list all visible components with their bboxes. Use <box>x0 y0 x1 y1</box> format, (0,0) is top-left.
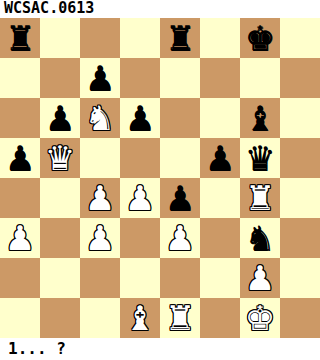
square-g8[interactable]: ♚ <box>240 18 280 58</box>
white-rook-icon: ♜ <box>245 178 275 218</box>
puzzle-title: WCSAC.0613 <box>0 0 320 18</box>
square-a3[interactable]: ♟ <box>0 218 40 258</box>
square-e5[interactable] <box>160 138 200 178</box>
square-e3[interactable]: ♟ <box>160 218 200 258</box>
square-e6[interactable] <box>160 98 200 138</box>
square-f2[interactable] <box>200 258 240 298</box>
square-f6[interactable] <box>200 98 240 138</box>
square-c6[interactable]: ♞ <box>80 98 120 138</box>
square-g5[interactable]: ♛ <box>240 138 280 178</box>
square-c5[interactable] <box>80 138 120 178</box>
square-a8[interactable]: ♜ <box>0 18 40 58</box>
square-h3[interactable] <box>280 218 320 258</box>
black-pawn-icon: ♟ <box>85 58 115 98</box>
black-pawn-icon: ♟ <box>45 98 75 138</box>
black-pawn-icon: ♟ <box>5 138 35 178</box>
square-f3[interactable] <box>200 218 240 258</box>
square-b8[interactable] <box>40 18 80 58</box>
square-f7[interactable] <box>200 58 240 98</box>
square-e1[interactable]: ♜ <box>160 298 200 338</box>
square-a2[interactable] <box>0 258 40 298</box>
white-pawn-icon: ♟ <box>245 258 275 298</box>
white-rook-icon: ♜ <box>165 298 195 338</box>
square-a7[interactable] <box>0 58 40 98</box>
square-h7[interactable] <box>280 58 320 98</box>
square-d2[interactable] <box>120 258 160 298</box>
square-h4[interactable] <box>280 178 320 218</box>
square-e8[interactable]: ♜ <box>160 18 200 58</box>
square-d5[interactable] <box>120 138 160 178</box>
square-b3[interactable] <box>40 218 80 258</box>
white-pawn-icon: ♟ <box>5 218 35 258</box>
black-pawn-icon: ♟ <box>165 178 195 218</box>
square-c3[interactable]: ♟ <box>80 218 120 258</box>
white-king-icon: ♚ <box>245 298 275 338</box>
square-b7[interactable] <box>40 58 80 98</box>
black-rook-icon: ♜ <box>165 18 195 58</box>
square-d6[interactable]: ♟ <box>120 98 160 138</box>
square-h2[interactable] <box>280 258 320 298</box>
black-pawn-icon: ♟ <box>125 98 155 138</box>
square-g7[interactable] <box>240 58 280 98</box>
square-b1[interactable] <box>40 298 80 338</box>
square-h1[interactable] <box>280 298 320 338</box>
black-pawn-icon: ♟ <box>205 138 235 178</box>
white-knight-icon: ♞ <box>85 98 115 138</box>
black-bishop-icon: ♝ <box>245 98 275 138</box>
square-d1[interactable]: ♝ <box>120 298 160 338</box>
square-c7[interactable]: ♟ <box>80 58 120 98</box>
square-b5[interactable]: ♛ <box>40 138 80 178</box>
square-f1[interactable] <box>200 298 240 338</box>
chess-app-window: WCSAC.0613 ♜♜♚♟♟♞♟♝♟♛♟♛♟♟♟♜♟♟♟♞♟♝♜♚ 1...… <box>0 0 320 360</box>
square-d4[interactable]: ♟ <box>120 178 160 218</box>
white-bishop-icon: ♝ <box>125 298 155 338</box>
square-b6[interactable]: ♟ <box>40 98 80 138</box>
black-knight-icon: ♞ <box>245 218 275 258</box>
white-pawn-icon: ♟ <box>165 218 195 258</box>
square-d7[interactable] <box>120 58 160 98</box>
square-h5[interactable] <box>280 138 320 178</box>
square-c4[interactable]: ♟ <box>80 178 120 218</box>
chess-board: ♜♜♚♟♟♞♟♝♟♛♟♛♟♟♟♜♟♟♟♞♟♝♜♚ <box>0 18 320 338</box>
square-f8[interactable] <box>200 18 240 58</box>
square-g2[interactable]: ♟ <box>240 258 280 298</box>
square-c1[interactable] <box>80 298 120 338</box>
white-pawn-icon: ♟ <box>85 178 115 218</box>
square-g3[interactable]: ♞ <box>240 218 280 258</box>
square-c2[interactable] <box>80 258 120 298</box>
square-a4[interactable] <box>0 178 40 218</box>
black-rook-icon: ♜ <box>5 18 35 58</box>
square-g6[interactable]: ♝ <box>240 98 280 138</box>
square-f5[interactable]: ♟ <box>200 138 240 178</box>
square-e2[interactable] <box>160 258 200 298</box>
square-d8[interactable] <box>120 18 160 58</box>
square-c8[interactable] <box>80 18 120 58</box>
square-e7[interactable] <box>160 58 200 98</box>
square-h8[interactable] <box>280 18 320 58</box>
square-e4[interactable]: ♟ <box>160 178 200 218</box>
square-a6[interactable] <box>0 98 40 138</box>
square-a5[interactable]: ♟ <box>0 138 40 178</box>
black-queen-icon: ♛ <box>245 138 275 178</box>
white-queen-icon: ♛ <box>45 138 75 178</box>
square-h6[interactable] <box>280 98 320 138</box>
square-d3[interactable] <box>120 218 160 258</box>
white-pawn-icon: ♟ <box>85 218 115 258</box>
move-prompt: 1... ? <box>0 338 320 360</box>
square-g1[interactable]: ♚ <box>240 298 280 338</box>
square-g4[interactable]: ♜ <box>240 178 280 218</box>
square-f4[interactable] <box>200 178 240 218</box>
square-b2[interactable] <box>40 258 80 298</box>
white-pawn-icon: ♟ <box>125 178 155 218</box>
square-a1[interactable] <box>0 298 40 338</box>
square-b4[interactable] <box>40 178 80 218</box>
black-king-icon: ♚ <box>245 18 275 58</box>
